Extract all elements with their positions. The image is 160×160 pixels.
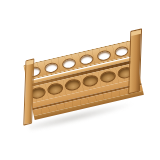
top-hole-3 — [61, 57, 77, 70]
top-hole-6 — [114, 45, 130, 58]
rack-end-panel-left-top-bevel — [26, 60, 33, 66]
rack-end-panel-right — [128, 28, 142, 94]
base-recess-2 — [46, 82, 64, 96]
top-hole-5 — [96, 49, 112, 62]
base-recess-4 — [81, 74, 99, 88]
base-recess-3 — [64, 78, 82, 92]
top-hole-2 — [43, 61, 59, 74]
rack-end-panel-right-top-bevel — [131, 30, 141, 36]
rack-end-panel-left — [23, 58, 34, 125]
base-recess-5 — [99, 70, 117, 84]
product-photo — [0, 0, 160, 160]
top-hole-4 — [79, 53, 95, 66]
